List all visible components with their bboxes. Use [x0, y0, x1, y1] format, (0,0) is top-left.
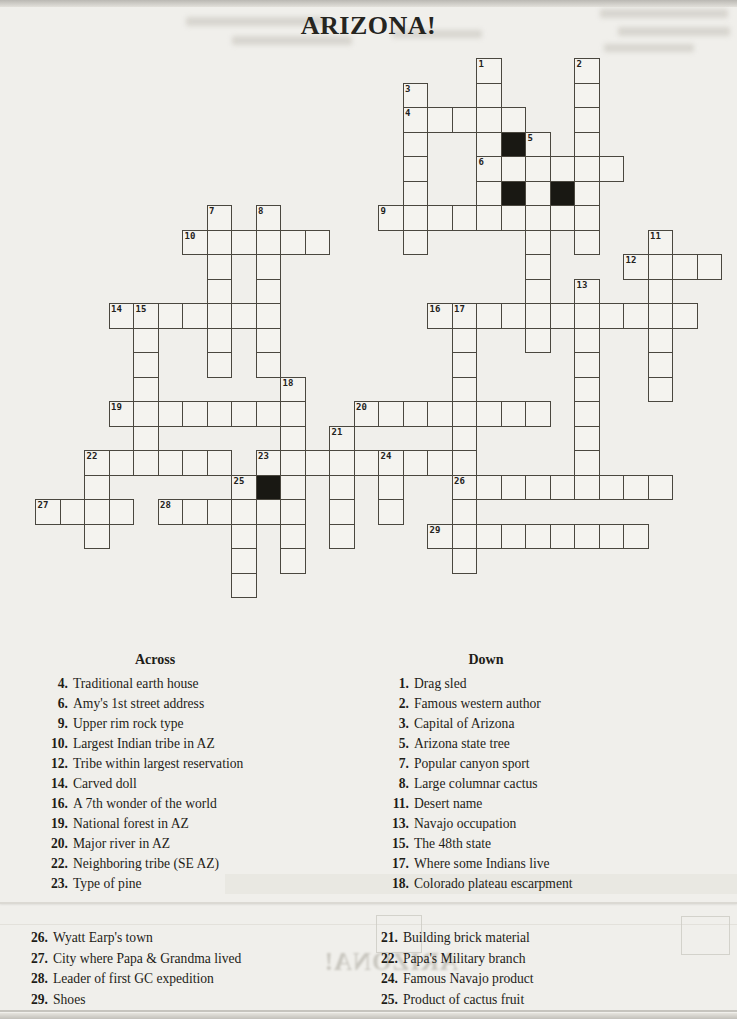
- grid-cell[interactable]: [452, 475, 478, 501]
- grid-cell[interactable]: [599, 524, 625, 550]
- grid-cell[interactable]: [231, 401, 257, 427]
- grid-cell[interactable]: [182, 401, 208, 427]
- grid-cell[interactable]: [452, 352, 478, 378]
- clue-item: 26.Wyatt Earp's town: [10, 928, 241, 949]
- grid-cell[interactable]: [525, 524, 551, 550]
- clue-text: Famous Navajo product: [403, 971, 534, 986]
- grid-cell[interactable]: [280, 401, 306, 427]
- clue-text: Tribe within largest reservation: [73, 756, 243, 771]
- grid-cell[interactable]: [207, 499, 233, 525]
- clue-text: Type of pine: [73, 876, 142, 891]
- clue-text: City where Papa & Grandma lived: [53, 951, 241, 966]
- grid-cell[interactable]: [109, 401, 135, 427]
- grid-cell[interactable]: [574, 58, 600, 84]
- grid-cell[interactable]: [329, 450, 355, 476]
- clue-item: 7.Popular canyon sport: [371, 754, 573, 774]
- grid-cell[interactable]: [280, 524, 306, 550]
- clue-item: 5.Arizona state tree: [371, 734, 573, 754]
- grid-cell[interactable]: [574, 205, 600, 231]
- grid-cell[interactable]: [256, 254, 282, 280]
- clue-number: 23.: [30, 874, 68, 894]
- grid-cell[interactable]: [452, 303, 478, 329]
- clue-text: Where some Indians live: [414, 856, 550, 871]
- clue-number: 2.: [371, 694, 409, 714]
- clue-number: 9.: [30, 714, 68, 734]
- grid-cell[interactable]: [574, 475, 600, 501]
- grid-cell[interactable]: [574, 230, 600, 256]
- clue-text: National forest in AZ: [73, 816, 189, 831]
- grid-cell[interactable]: [574, 328, 600, 354]
- clue-item: 13.Navajo occupation: [371, 814, 573, 834]
- clue-number: 28.: [10, 969, 48, 990]
- grid-cell[interactable]: [280, 377, 306, 403]
- grid-cell[interactable]: [256, 230, 282, 256]
- grid-cell[interactable]: [109, 303, 135, 329]
- clue-item: 19.National forest in AZ: [30, 814, 243, 834]
- grid-cell[interactable]: [452, 328, 478, 354]
- grid-cell[interactable]: [574, 83, 600, 109]
- grid-cell[interactable]: [599, 156, 625, 182]
- grid-cell[interactable]: [207, 254, 233, 280]
- clue-number: 6.: [30, 694, 68, 714]
- grid-cell[interactable]: [623, 524, 649, 550]
- grid-cell[interactable]: [550, 205, 576, 231]
- clue-number: 22.: [360, 949, 398, 970]
- clue-text: Colorado plateau escarpment: [414, 876, 573, 891]
- grid-cell[interactable]: [648, 230, 674, 256]
- bleed-cell-outline: [681, 916, 730, 955]
- grid-cell[interactable]: [84, 524, 110, 550]
- clue-item: 20.Major river in AZ: [30, 834, 243, 854]
- grid-cell[interactable]: [280, 475, 306, 501]
- clue-text: Largest Indian tribe in AZ: [73, 736, 215, 751]
- grid-cell[interactable]: [550, 303, 576, 329]
- clue-text: Arizona state tree: [414, 736, 510, 751]
- grid-cell[interactable]: [280, 548, 306, 574]
- grid-cell[interactable]: [305, 450, 331, 476]
- grid-cell[interactable]: [501, 205, 527, 231]
- grid-cell[interactable]: [84, 499, 110, 525]
- clue-number: 21.: [360, 928, 398, 949]
- clue-item: 29.Shoes: [10, 990, 241, 1011]
- clue-text: A 7th wonder of the world: [73, 796, 217, 811]
- grid-cell[interactable]: [256, 352, 282, 378]
- clue-text: Major river in AZ: [73, 836, 170, 851]
- clue-number: 19.: [30, 814, 68, 834]
- grid-cell[interactable]: [574, 107, 600, 133]
- grid-cell[interactable]: [452, 450, 478, 476]
- clue-number: 15.: [371, 834, 409, 854]
- clue-item: 27.City where Papa & Grandma lived: [10, 949, 241, 970]
- grid-cell[interactable]: [452, 377, 478, 403]
- clue-item: 23.Type of pine: [30, 874, 243, 894]
- grid-cell[interactable]: [623, 475, 649, 501]
- grid-cell[interactable]: [305, 230, 331, 256]
- clue-text: Neighboring tribe (SE AZ): [73, 856, 219, 871]
- grid-cell[interactable]: [427, 524, 453, 550]
- clue-number: 5.: [371, 734, 409, 754]
- clue-number: 18.: [371, 874, 409, 894]
- grid-cell[interactable]: [133, 401, 159, 427]
- grid-cell[interactable]: [182, 450, 208, 476]
- grid-cell[interactable]: [207, 230, 233, 256]
- grid-cell[interactable]: [207, 303, 233, 329]
- grid-cell[interactable]: [182, 303, 208, 329]
- clue-number: 10.: [30, 734, 68, 754]
- grid-cell[interactable]: [476, 401, 502, 427]
- grid-cell[interactable]: [256, 279, 282, 305]
- grid-cell[interactable]: [403, 450, 429, 476]
- clue-text: Navajo occupation: [414, 816, 516, 831]
- clue-item: 1.Drag sled: [371, 674, 573, 694]
- grid-cell[interactable]: [329, 499, 355, 525]
- clue-number: 1.: [371, 674, 409, 694]
- clue-number: 12.: [30, 754, 68, 774]
- clue-item: 10.Largest Indian tribe in AZ: [30, 734, 243, 754]
- clue-text: The 48th state: [414, 836, 491, 851]
- grid-cell[interactable]: [427, 450, 453, 476]
- grid-cell[interactable]: [133, 328, 159, 354]
- clue-text: Papa's Military branch: [403, 951, 526, 966]
- grid-cell[interactable]: [648, 254, 674, 280]
- clue-number: 4.: [30, 674, 68, 694]
- clue-item: 22.Papa's Military branch: [360, 949, 534, 970]
- clue-number: 14.: [30, 774, 68, 794]
- grid-cell[interactable]: [84, 475, 110, 501]
- grid-cell[interactable]: [354, 450, 380, 476]
- grid-cell[interactable]: [574, 450, 600, 476]
- clue-text: Capital of Arizona: [414, 716, 514, 731]
- grid-cell[interactable]: [231, 303, 257, 329]
- clue-number: 16.: [30, 794, 68, 814]
- grid-cell[interactable]: [231, 573, 257, 599]
- grid-cell[interactable]: [525, 181, 551, 207]
- clue-number: 22.: [30, 854, 68, 874]
- grid-cell[interactable]: [207, 328, 233, 354]
- page-title: ARIZONA!: [0, 11, 737, 41]
- black-cell: [256, 475, 282, 501]
- grid-cell[interactable]: [452, 524, 478, 550]
- grid-cell[interactable]: [403, 205, 429, 231]
- clue-text: Upper rim rock type: [73, 716, 184, 731]
- scan-seam: [0, 902, 737, 904]
- black-cell: [501, 132, 527, 158]
- grid-cell[interactable]: [427, 205, 453, 231]
- grid-cell[interactable]: [133, 450, 159, 476]
- grid-cell[interactable]: [648, 328, 674, 354]
- grid-cell[interactable]: [476, 205, 502, 231]
- page-bottom-edge: [0, 1013, 737, 1019]
- grid-cell[interactable]: [403, 156, 429, 182]
- grid-cell[interactable]: [501, 107, 527, 133]
- grid-cell[interactable]: [476, 181, 502, 207]
- grid-cell[interactable]: [525, 279, 551, 305]
- grid-cell[interactable]: [525, 303, 551, 329]
- grid-cell[interactable]: [207, 205, 233, 231]
- grid-cell[interactable]: [158, 401, 184, 427]
- grid-cell[interactable]: [427, 401, 453, 427]
- grid-cell[interactable]: [648, 279, 674, 305]
- grid-cell[interactable]: [525, 401, 551, 427]
- grid-cell[interactable]: [550, 475, 576, 501]
- clue-item: 22.Neighboring tribe (SE AZ): [30, 854, 243, 874]
- grid-cell[interactable]: [403, 132, 429, 158]
- grid-cell[interactable]: [476, 58, 502, 84]
- grid-cell[interactable]: [476, 107, 502, 133]
- grid-cell[interactable]: [574, 426, 600, 452]
- grid-cell[interactable]: [207, 352, 233, 378]
- grid-cell[interactable]: [207, 401, 233, 427]
- grid-cell[interactable]: [574, 377, 600, 403]
- grid-cell[interactable]: [182, 230, 208, 256]
- grid-cell[interactable]: [525, 328, 551, 354]
- grid-cell[interactable]: [378, 205, 404, 231]
- grid-cell[interactable]: [476, 156, 502, 182]
- clue-item: 6.Amy's 1st street address: [30, 694, 243, 714]
- grid-cell[interactable]: [329, 524, 355, 550]
- grid-cell[interactable]: [550, 156, 576, 182]
- grid-cell[interactable]: [672, 254, 698, 280]
- grid-cell[interactable]: [378, 475, 404, 501]
- clue-number: 13.: [371, 814, 409, 834]
- clue-item: 9.Upper rim rock type: [30, 714, 243, 734]
- grid-cell[interactable]: [501, 303, 527, 329]
- black-cell: [501, 181, 527, 207]
- clue-number: 27.: [10, 949, 48, 970]
- page-top-edge: [0, 0, 737, 7]
- grid-cell[interactable]: [648, 303, 674, 329]
- grid-cell[interactable]: [256, 303, 282, 329]
- across-clue-list: 4.Traditional earth house6.Amy's 1st str…: [30, 674, 243, 894]
- down-header: Down: [371, 652, 601, 668]
- scan-seam: [0, 1010, 737, 1012]
- scan-seam: [0, 924, 737, 925]
- grid-cell[interactable]: [378, 401, 404, 427]
- grid-cell[interactable]: [525, 254, 551, 280]
- grid-cell[interactable]: [648, 352, 674, 378]
- clue-item: 21.Building brick material: [360, 928, 534, 949]
- across-header: Across: [30, 652, 280, 668]
- grid-cell[interactable]: [403, 181, 429, 207]
- grid-cell[interactable]: [648, 377, 674, 403]
- grid-cell[interactable]: [574, 279, 600, 305]
- grid-cell[interactable]: [574, 303, 600, 329]
- clue-number: 29.: [10, 990, 48, 1011]
- grid-cell[interactable]: [133, 303, 159, 329]
- clue-text: Popular canyon sport: [414, 756, 530, 771]
- clue-item: 16.A 7th wonder of the world: [30, 794, 243, 814]
- grid-cell[interactable]: [476, 303, 502, 329]
- grid-cell[interactable]: [35, 499, 61, 525]
- clue-number: 20.: [30, 834, 68, 854]
- grid-cell[interactable]: [133, 377, 159, 403]
- clue-item: 4.Traditional earth house: [30, 674, 243, 694]
- clue-text: Wyatt Earp's town: [53, 930, 153, 945]
- grid-cell[interactable]: [158, 303, 184, 329]
- clue-item: 18.Colorado plateau escarpment: [371, 874, 573, 894]
- down-clue-list: 1.Drag sled2.Famous western author3.Capi…: [371, 674, 573, 894]
- grid-cell[interactable]: [256, 205, 282, 231]
- grid-cell[interactable]: [280, 499, 306, 525]
- bleed-smudge: [604, 44, 694, 52]
- scanned-puzzle-page: { "game": "crossword (freeform / criss-c…: [0, 0, 737, 1019]
- grid-cell[interactable]: [648, 475, 674, 501]
- grid-cell[interactable]: [158, 450, 184, 476]
- grid-cell[interactable]: [354, 401, 380, 427]
- grid-cell[interactable]: [550, 524, 576, 550]
- grid-cell[interactable]: [476, 524, 502, 550]
- grid-cell[interactable]: [60, 499, 86, 525]
- grid-cell[interactable]: [697, 254, 723, 280]
- clue-number: 11.: [371, 794, 409, 814]
- grid-cell[interactable]: [574, 401, 600, 427]
- clue-item: 14.Carved doll: [30, 774, 243, 794]
- clue-item: 25.Product of cactus fruit: [360, 990, 534, 1011]
- grid-cell[interactable]: [452, 107, 478, 133]
- grid-cell[interactable]: [525, 156, 551, 182]
- grid-cell[interactable]: [476, 83, 502, 109]
- grid-cell[interactable]: [452, 548, 478, 574]
- grid-cell[interactable]: [501, 524, 527, 550]
- grid-cell[interactable]: [525, 205, 551, 231]
- grid-cell[interactable]: [403, 107, 429, 133]
- grid-cell[interactable]: [403, 401, 429, 427]
- grid-cell[interactable]: [501, 156, 527, 182]
- clue-number: 8.: [371, 774, 409, 794]
- grid-cell[interactable]: [574, 132, 600, 158]
- grid-cell[interactable]: [599, 475, 625, 501]
- clue-item: 12.Tribe within largest reservation: [30, 754, 243, 774]
- grid-cell[interactable]: [378, 499, 404, 525]
- clue-text: Leader of first GC expedition: [53, 971, 214, 986]
- grid-cell[interactable]: [574, 156, 600, 182]
- clue-text: Product of cactus fruit: [403, 992, 524, 1007]
- clue-number: 26.: [10, 928, 48, 949]
- clue-text: Carved doll: [73, 776, 137, 791]
- clue-item: 15.The 48th state: [371, 834, 573, 854]
- across-clue-list-bottom: 26.Wyatt Earp's town27.City where Papa &…: [10, 928, 241, 1010]
- grid-cell[interactable]: [623, 254, 649, 280]
- grid-cell[interactable]: [476, 475, 502, 501]
- clue-number: 24.: [360, 969, 398, 990]
- clue-text: Famous western author: [414, 696, 541, 711]
- grid-cell[interactable]: [231, 230, 257, 256]
- clue-number: 25.: [360, 990, 398, 1011]
- clue-item: 24.Famous Navajo product: [360, 969, 534, 990]
- grid-cell[interactable]: [476, 132, 502, 158]
- grid-cell[interactable]: [452, 401, 478, 427]
- grid-cell[interactable]: [231, 524, 257, 550]
- clue-text: Shoes: [53, 992, 85, 1007]
- grid-cell[interactable]: [574, 524, 600, 550]
- crossword-grid: 1234567891011121314151617181920212223242…: [35, 58, 723, 599]
- grid-cell[interactable]: [574, 352, 600, 378]
- grid-cell[interactable]: [501, 401, 527, 427]
- clue-item: 2.Famous western author: [371, 694, 573, 714]
- clue-text: Building brick material: [403, 930, 530, 945]
- grid-cell[interactable]: [452, 499, 478, 525]
- clue-item: 3.Capital of Arizona: [371, 714, 573, 734]
- clue-number: 17.: [371, 854, 409, 874]
- grid-cell[interactable]: [256, 450, 282, 476]
- grid-cell[interactable]: [403, 83, 429, 109]
- clue-number: 3.: [371, 714, 409, 734]
- grid-cell[interactable]: [427, 303, 453, 329]
- grid-cell[interactable]: [329, 475, 355, 501]
- grid-cell[interactable]: [280, 450, 306, 476]
- grid-cell[interactable]: [623, 303, 649, 329]
- grid-cell[interactable]: [280, 426, 306, 452]
- grid-cell[interactable]: [378, 450, 404, 476]
- clue-item: 28.Leader of first GC expedition: [10, 969, 241, 990]
- clue-text: Amy's 1st street address: [73, 696, 204, 711]
- grid-cell[interactable]: [256, 401, 282, 427]
- down-clue-list-bottom: 21.Building brick material22.Papa's Mili…: [360, 928, 534, 1010]
- clue-text: Large columnar cactus: [414, 776, 538, 791]
- grid-cell[interactable]: [501, 475, 527, 501]
- grid-cell[interactable]: [182, 499, 208, 525]
- grid-cell[interactable]: [672, 303, 698, 329]
- clue-text: Traditional earth house: [73, 676, 199, 691]
- grid-cell[interactable]: [207, 279, 233, 305]
- grid-cell[interactable]: [525, 475, 551, 501]
- grid-cell[interactable]: [133, 352, 159, 378]
- clue-item: 17.Where some Indians live: [371, 854, 573, 874]
- grid-cell[interactable]: [231, 548, 257, 574]
- grid-cell[interactable]: [599, 303, 625, 329]
- grid-cell[interactable]: [133, 426, 159, 452]
- clue-text: Drag sled: [414, 676, 466, 691]
- clue-item: 8.Large columnar cactus: [371, 774, 573, 794]
- grid-cell[interactable]: [403, 230, 429, 256]
- grid-cell[interactable]: [158, 499, 184, 525]
- grid-cell[interactable]: [280, 230, 306, 256]
- clue-number: 7.: [371, 754, 409, 774]
- black-cell: [550, 181, 576, 207]
- grid-cell[interactable]: [231, 475, 257, 501]
- grid-cell[interactable]: [84, 450, 110, 476]
- grid-cell[interactable]: [256, 499, 282, 525]
- grid-cell[interactable]: [329, 426, 355, 452]
- grid-cell[interactable]: [574, 181, 600, 207]
- grid-cell[interactable]: [256, 328, 282, 354]
- grid-cell[interactable]: [452, 426, 478, 452]
- grid-cell[interactable]: [525, 132, 551, 158]
- grid-cell[interactable]: [427, 107, 453, 133]
- grid-cell[interactable]: [207, 450, 233, 476]
- grid-cell[interactable]: [231, 499, 257, 525]
- grid-cell[interactable]: [525, 230, 551, 256]
- clue-item: 11.Desert name: [371, 794, 573, 814]
- grid-cell[interactable]: [109, 499, 135, 525]
- grid-cell[interactable]: [452, 205, 478, 231]
- clue-text: Desert name: [414, 796, 482, 811]
- grid-cell[interactable]: [109, 450, 135, 476]
